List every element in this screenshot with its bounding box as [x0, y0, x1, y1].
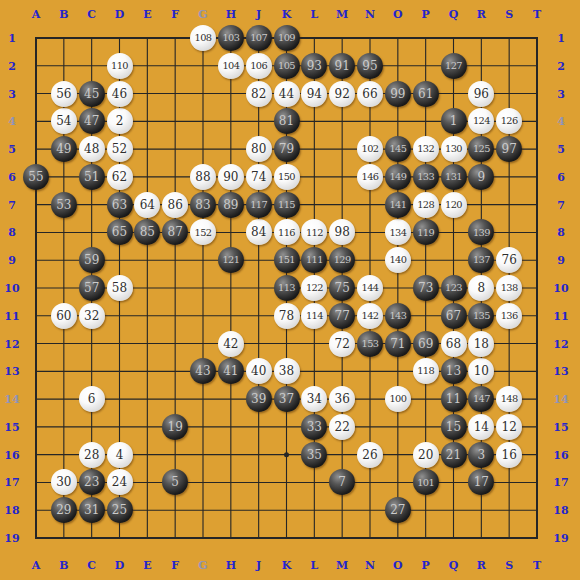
stone-black-25-D18: 25	[107, 497, 133, 523]
stone-white-24-D17: 24	[107, 469, 133, 495]
row-label-right-11: 11	[553, 310, 568, 321]
stone-black-45-C3: 45	[79, 81, 105, 107]
stone-white-60-B11: 60	[51, 303, 77, 329]
stone-white-88-G6: 88	[190, 164, 216, 190]
col-label-top-P: P	[422, 9, 430, 20]
stone-black-149-O6: 149	[385, 164, 411, 190]
stone-white-128-P7: 128	[413, 192, 439, 218]
stone-white-52-D5: 52	[107, 136, 133, 162]
col-label-bottom-L: L	[310, 560, 318, 571]
col-label-bottom-T: T	[533, 560, 541, 571]
stone-black-105-K2: 105	[274, 53, 300, 79]
row-label-left-9: 9	[8, 255, 16, 266]
stone-white-54-B4: 54	[51, 108, 77, 134]
stone-black-13-Q13: 13	[441, 358, 467, 384]
stone-white-80-J5: 80	[246, 136, 272, 162]
stone-white-120-Q7: 120	[441, 192, 467, 218]
stone-white-20-P16: 20	[413, 442, 439, 468]
stone-white-106-J2: 106	[246, 53, 272, 79]
col-label-top-F: F	[171, 9, 179, 20]
stone-black-133-P6: 133	[413, 164, 439, 190]
stone-white-2-D4: 2	[107, 108, 133, 134]
row-label-right-14: 14	[553, 394, 568, 405]
row-label-right-19: 19	[553, 533, 568, 544]
stone-white-38-K13: 38	[274, 358, 300, 384]
stone-white-42-H12: 42	[218, 331, 244, 357]
stone-white-78-K11: 78	[274, 303, 300, 329]
stone-white-48-C5: 48	[79, 136, 105, 162]
stone-black-119-P8: 119	[413, 219, 439, 245]
row-label-right-3: 3	[557, 88, 565, 99]
stone-black-135-R11: 135	[468, 303, 494, 329]
row-label-right-13: 13	[553, 366, 568, 377]
stone-black-101-P17: 101	[413, 469, 439, 495]
col-label-top-H: H	[226, 9, 236, 20]
stone-white-94-L3: 94	[301, 81, 327, 107]
stone-black-3-R16: 3	[468, 442, 494, 468]
stone-black-99-O3: 99	[385, 81, 411, 107]
stone-white-100-O14: 100	[385, 386, 411, 412]
stone-black-151-K9: 151	[274, 247, 300, 273]
stone-white-92-M3: 92	[329, 81, 355, 107]
stone-white-114-L11: 114	[301, 303, 327, 329]
stone-black-77-M11: 77	[329, 303, 355, 329]
stone-white-44-K3: 44	[274, 81, 300, 107]
stone-white-96-R3: 96	[468, 81, 494, 107]
col-label-top-E: E	[143, 9, 151, 20]
stone-white-118-P13: 118	[413, 358, 439, 384]
row-label-right-8: 8	[557, 227, 565, 238]
stone-black-103-H1: 103	[218, 25, 244, 51]
stone-black-37-K14: 37	[274, 386, 300, 412]
row-label-right-12: 12	[553, 338, 568, 349]
row-label-right-10: 10	[553, 283, 568, 294]
stone-black-19-F15: 19	[162, 414, 188, 440]
stone-white-58-D10: 58	[107, 275, 133, 301]
row-label-left-12: 12	[4, 338, 19, 349]
stone-black-131-Q6: 131	[441, 164, 467, 190]
stone-black-49-B5: 49	[51, 136, 77, 162]
row-label-left-18: 18	[4, 505, 19, 516]
stone-black-27-O18: 27	[385, 497, 411, 523]
stone-white-6-C14: 6	[79, 386, 105, 412]
col-label-top-A: A	[32, 9, 41, 20]
stone-white-12-S15: 12	[496, 414, 522, 440]
stone-white-16-S16: 16	[496, 442, 522, 468]
stone-black-89-H7: 89	[218, 192, 244, 218]
row-label-right-15: 15	[553, 421, 568, 432]
row-label-left-5: 5	[8, 144, 16, 155]
stone-black-143-O11: 143	[385, 303, 411, 329]
stone-black-73-P10: 73	[413, 275, 439, 301]
col-label-top-O: O	[393, 9, 403, 20]
row-label-right-4: 4	[557, 116, 565, 127]
row-label-left-14: 14	[4, 394, 19, 405]
stone-black-91-M2: 91	[329, 53, 355, 79]
col-label-top-C: C	[87, 9, 96, 20]
row-label-left-4: 4	[8, 116, 16, 127]
row-label-right-9: 9	[557, 255, 565, 266]
stone-black-127-Q2: 127	[441, 53, 467, 79]
stone-white-46-D3: 46	[107, 81, 133, 107]
col-label-top-T: T	[533, 9, 541, 20]
stone-black-67-Q11: 67	[441, 303, 467, 329]
stone-white-90-H6: 90	[218, 164, 244, 190]
col-label-bottom-Q: Q	[449, 560, 459, 571]
stone-black-117-J7: 117	[246, 192, 272, 218]
stone-white-102-N5: 102	[357, 136, 383, 162]
stone-white-72-M12: 72	[329, 331, 355, 357]
col-label-bottom-H: H	[226, 560, 236, 571]
stone-black-39-J14: 39	[246, 386, 272, 412]
col-label-top-K: K	[282, 9, 292, 20]
stone-white-138-S10: 138	[496, 275, 522, 301]
stone-white-116-K8: 116	[274, 219, 300, 245]
stone-black-1-Q4: 1	[441, 108, 467, 134]
row-label-right-7: 7	[557, 199, 565, 210]
row-label-left-11: 11	[4, 310, 19, 321]
row-label-left-1: 1	[8, 33, 16, 44]
stone-white-56-B3: 56	[51, 81, 77, 107]
row-label-left-16: 16	[4, 449, 19, 460]
stone-black-41-H13: 41	[218, 358, 244, 384]
stone-white-22-M15: 22	[329, 414, 355, 440]
stone-black-115-K7: 115	[274, 192, 300, 218]
stone-black-69-P12: 69	[413, 331, 439, 357]
stone-black-83-G7: 83	[190, 192, 216, 218]
stone-black-57-C10: 57	[79, 275, 105, 301]
stone-black-61-P3: 61	[413, 81, 439, 107]
col-label-top-L: L	[310, 9, 318, 20]
stone-white-32-C11: 32	[79, 303, 105, 329]
row-label-left-15: 15	[4, 421, 19, 432]
stone-black-11-Q14: 11	[441, 386, 467, 412]
col-label-top-R: R	[477, 9, 486, 20]
col-label-bottom-B: B	[59, 560, 68, 571]
stone-white-104-H2: 104	[218, 53, 244, 79]
stone-white-18-R12: 18	[468, 331, 494, 357]
star-point-K16	[284, 452, 289, 457]
row-label-left-2: 2	[8, 60, 16, 71]
stone-white-4-D16: 4	[107, 442, 133, 468]
stone-white-142-N11: 142	[357, 303, 383, 329]
row-label-right-2: 2	[557, 60, 565, 71]
stone-white-84-J8: 84	[246, 219, 272, 245]
col-label-bottom-D: D	[115, 560, 125, 571]
stone-black-51-C6: 51	[79, 164, 105, 190]
col-label-top-M: M	[336, 9, 348, 20]
stone-black-123-Q10: 123	[441, 275, 467, 301]
row-label-left-10: 10	[4, 283, 19, 294]
col-label-bottom-N: N	[365, 560, 375, 571]
stone-black-55-A6: 55	[23, 164, 49, 190]
row-label-left-13: 13	[4, 366, 19, 377]
stone-black-21-Q16: 21	[441, 442, 467, 468]
stone-black-31-C18: 31	[79, 497, 105, 523]
stone-white-130-Q5: 130	[441, 136, 467, 162]
row-label-left-6: 6	[8, 171, 16, 182]
go-board[interactable]: AABBCCDDEEFFGGHHJJKKLLMMNNOOPPQQRRSSTT11…	[0, 0, 580, 580]
stone-black-63-D7: 63	[107, 192, 133, 218]
stone-white-144-N10: 144	[357, 275, 383, 301]
col-label-top-N: N	[365, 9, 375, 20]
stone-black-95-N2: 95	[357, 53, 383, 79]
stone-black-121-H9: 121	[218, 247, 244, 273]
col-label-bottom-P: P	[422, 560, 430, 571]
row-label-left-8: 8	[8, 227, 16, 238]
row-label-left-17: 17	[4, 477, 19, 488]
col-label-top-J: J	[256, 9, 261, 20]
stone-black-59-C9: 59	[79, 247, 105, 273]
stone-black-153-N12: 153	[357, 331, 383, 357]
row-label-right-18: 18	[553, 505, 568, 516]
row-label-right-6: 6	[557, 171, 565, 182]
stone-black-93-L2: 93	[301, 53, 327, 79]
row-label-left-7: 7	[8, 199, 16, 210]
col-label-top-G: G	[198, 9, 207, 20]
col-label-bottom-A: A	[32, 560, 41, 571]
stone-black-35-L16: 35	[301, 442, 327, 468]
row-label-right-17: 17	[553, 477, 568, 488]
stone-black-53-B7: 53	[51, 192, 77, 218]
stone-white-110-D2: 110	[107, 53, 133, 79]
col-label-top-B: B	[59, 9, 68, 20]
col-label-top-D: D	[115, 9, 125, 20]
row-label-left-19: 19	[4, 533, 19, 544]
stone-black-29-B18: 29	[51, 497, 77, 523]
stone-white-28-C16: 28	[79, 442, 105, 468]
col-label-top-Q: Q	[449, 9, 459, 20]
col-label-bottom-F: F	[171, 560, 179, 571]
stone-white-64-E7: 64	[134, 192, 160, 218]
stone-white-140-O9: 140	[385, 247, 411, 273]
stone-black-65-D8: 65	[107, 219, 133, 245]
col-label-bottom-J: J	[256, 560, 261, 571]
stone-black-47-C4: 47	[79, 108, 105, 134]
stone-black-145-O5: 145	[385, 136, 411, 162]
col-label-bottom-S: S	[505, 560, 513, 571]
col-label-bottom-K: K	[282, 560, 292, 571]
stone-white-108-G1: 108	[190, 25, 216, 51]
stone-black-109-K1: 109	[274, 25, 300, 51]
stone-black-81-K4: 81	[274, 108, 300, 134]
stone-black-75-M10: 75	[329, 275, 355, 301]
stone-black-141-O7: 141	[385, 192, 411, 218]
col-label-bottom-C: C	[87, 560, 96, 571]
stone-white-40-J13: 40	[246, 358, 272, 384]
stone-white-132-P5: 132	[413, 136, 439, 162]
stone-white-86-F7: 86	[162, 192, 188, 218]
row-label-right-16: 16	[553, 449, 568, 460]
go-kifu-diagram: AABBCCDDEEFFGGHHJJKKLLMMNNOOPPQQRRSSTT11…	[0, 0, 580, 580]
stone-white-68-Q12: 68	[441, 331, 467, 357]
stone-white-74-J6: 74	[246, 164, 272, 190]
stone-white-62-D6: 62	[107, 164, 133, 190]
row-label-right-5: 5	[557, 144, 565, 155]
stone-black-15-Q15: 15	[441, 414, 467, 440]
col-label-bottom-O: O	[393, 560, 403, 571]
col-label-bottom-R: R	[477, 560, 486, 571]
stone-white-66-N3: 66	[357, 81, 383, 107]
stone-black-113-K10: 113	[274, 275, 300, 301]
col-label-top-S: S	[505, 9, 513, 20]
row-label-right-1: 1	[557, 33, 565, 44]
stone-white-146-N6: 146	[357, 164, 383, 190]
col-label-bottom-E: E	[143, 560, 151, 571]
stone-white-150-K6: 150	[274, 164, 300, 190]
col-label-bottom-M: M	[336, 560, 348, 571]
stone-white-26-N16: 26	[357, 442, 383, 468]
row-label-left-3: 3	[8, 88, 16, 99]
stone-black-71-O12: 71	[385, 331, 411, 357]
stone-black-79-K5: 79	[274, 136, 300, 162]
col-label-bottom-G: G	[198, 560, 207, 571]
stone-black-107-J1: 107	[246, 25, 272, 51]
stone-white-82-J3: 82	[246, 81, 272, 107]
stone-black-23-C17: 23	[79, 469, 105, 495]
stone-white-136-S11: 136	[496, 303, 522, 329]
